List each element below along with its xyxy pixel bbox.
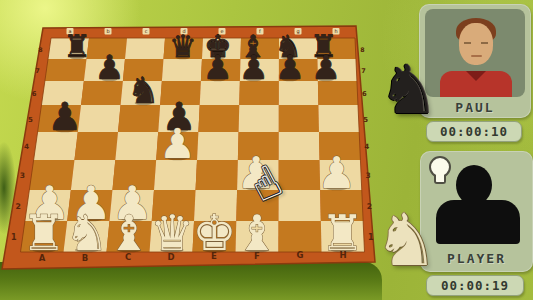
white-knight-indicator-icon: ♞	[374, 204, 439, 276]
square-e4[interactable]	[197, 132, 239, 160]
piece-black-h7[interactable]: ♟	[311, 48, 341, 87]
file-label-top-b: b	[106, 28, 109, 34]
rank-label-left-3: 3	[20, 171, 25, 180]
rank-label-right-6: 6	[362, 90, 367, 98]
player-silhouette-head	[456, 165, 492, 205]
piece-white-d4[interactable]: ♟	[159, 120, 196, 168]
file-label-G: G	[297, 250, 304, 260]
square-g1[interactable]	[279, 221, 322, 252]
square-g5[interactable]	[279, 105, 319, 132]
rank-label-right-5: 5	[363, 116, 368, 124]
rank-label-left-7: 7	[35, 67, 40, 75]
piece-black-e7[interactable]: ♟	[203, 48, 233, 87]
player-silhouette-body	[436, 200, 520, 244]
square-b5[interactable]	[78, 105, 121, 132]
piece-black-g7[interactable]: ♟	[275, 48, 305, 87]
file-label-top-c: c	[145, 28, 148, 34]
opponent-portrait	[425, 9, 525, 97]
piece-black-c6[interactable]: ♞	[127, 70, 159, 111]
rank-label-right-8: 8	[360, 46, 364, 53]
piece-black-a5[interactable]: ♟	[47, 94, 82, 139]
piece-black-a8[interactable]: ♜	[63, 28, 91, 64]
opponent-clock: 00:00:10	[426, 121, 522, 142]
square-c8[interactable]	[125, 38, 165, 59]
piece-white-b1[interactable]: ♞	[65, 205, 109, 262]
rank-label-left-8: 8	[38, 46, 42, 53]
rank-label-right-2: 2	[367, 202, 372, 211]
rank-label-right-3: 3	[365, 171, 370, 180]
piece-white-h3[interactable]: ♟	[317, 147, 356, 198]
square-c4[interactable]	[115, 132, 158, 160]
square-g4[interactable]	[279, 132, 320, 160]
square-e5[interactable]	[198, 105, 239, 132]
rank-label-left-5: 5	[28, 116, 33, 124]
player-clock: 00:00:19	[426, 275, 524, 296]
lightbulb-hint-icon[interactable]	[427, 156, 453, 188]
portrait-face	[459, 23, 493, 65]
piece-white-h1[interactable]: ♜	[321, 205, 365, 262]
piece-white-c1[interactable]: ♝	[107, 205, 151, 262]
piece-white-d1[interactable]: ♛	[150, 205, 194, 262]
piece-white-a1[interactable]: ♜	[22, 205, 66, 262]
rank-label-left-1: 1	[11, 233, 17, 242]
square-f5[interactable]	[239, 105, 279, 132]
rank-label-left-6: 6	[32, 90, 37, 98]
piece-white-e1[interactable]: ♚	[193, 205, 237, 262]
portrait-eye-right	[481, 42, 488, 44]
rank-label-left-4: 4	[24, 142, 29, 151]
square-h5[interactable]	[318, 105, 359, 132]
game-screen: ABCDEFGHabcdefgh1122334455667788♜♛♚♝♞♜♟♟…	[0, 0, 533, 300]
piece-black-b7[interactable]: ♟	[94, 48, 124, 87]
rank-label-right-7: 7	[361, 67, 366, 75]
rank-label-left-2: 2	[15, 202, 20, 211]
piece-black-f7[interactable]: ♟	[239, 48, 269, 87]
portrait-eye-left	[464, 42, 471, 44]
black-knight-indicator-icon: ♞	[378, 56, 439, 124]
rank-label-right-4: 4	[364, 142, 369, 151]
portrait-mouth	[471, 55, 482, 57]
piece-black-d8[interactable]: ♛	[169, 28, 197, 64]
